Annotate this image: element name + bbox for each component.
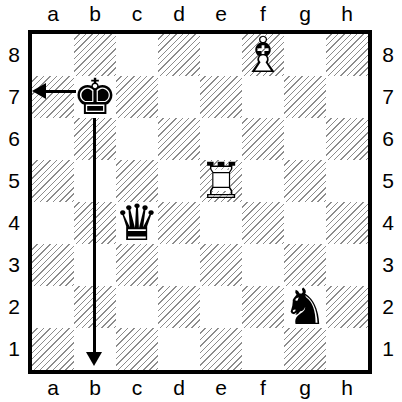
file-label-b: b bbox=[74, 374, 116, 402]
file-label-d: d bbox=[158, 374, 200, 402]
file-label-b: b bbox=[74, 0, 116, 28]
rank-label-1: 1 bbox=[0, 328, 28, 370]
rank-label-7: 7 bbox=[374, 76, 402, 118]
file-label-a: a bbox=[32, 374, 74, 402]
file-label-f: f bbox=[242, 374, 284, 402]
chess-diagram: abcdefgh abcdefgh 87654321 87654321 ♝♗♚♜… bbox=[0, 0, 402, 402]
file-label-c: c bbox=[116, 374, 158, 402]
rank-label-8: 8 bbox=[0, 34, 28, 76]
file-label-e: e bbox=[200, 374, 242, 402]
chess-board[interactable]: ♝♗♚♜♖♛♞ bbox=[28, 30, 372, 374]
black-knight-icon: ♞ bbox=[284, 286, 326, 328]
piece-white-bishop-f8[interactable]: ♝♗ bbox=[242, 34, 284, 76]
file-label-h: h bbox=[326, 0, 368, 28]
file-label-g: g bbox=[284, 0, 326, 28]
rank-label-6: 6 bbox=[0, 118, 28, 160]
rank-label-4: 4 bbox=[374, 202, 402, 244]
file-labels-bottom: abcdefgh bbox=[32, 374, 368, 402]
white-bishop-icon: ♗ bbox=[242, 34, 284, 76]
white-rook-icon: ♖ bbox=[200, 160, 242, 202]
board-pieces: ♝♗♚♜♖♛♞ bbox=[32, 34, 368, 370]
rank-label-2: 2 bbox=[374, 286, 402, 328]
rank-label-6: 6 bbox=[374, 118, 402, 160]
piece-black-king-b7[interactable]: ♚ bbox=[74, 76, 116, 118]
rank-label-5: 5 bbox=[374, 160, 402, 202]
file-label-h: h bbox=[326, 374, 368, 402]
black-queen-icon: ♛ bbox=[116, 202, 158, 244]
file-label-c: c bbox=[116, 0, 158, 28]
black-king-icon: ♚ bbox=[74, 76, 116, 118]
rank-label-7: 7 bbox=[0, 76, 28, 118]
file-labels-top: abcdefgh bbox=[32, 0, 368, 28]
piece-white-rook-e5[interactable]: ♜♖ bbox=[200, 160, 242, 202]
rank-label-8: 8 bbox=[374, 34, 402, 76]
file-label-f: f bbox=[242, 0, 284, 28]
rank-label-3: 3 bbox=[0, 244, 28, 286]
rank-label-1: 1 bbox=[374, 328, 402, 370]
file-label-e: e bbox=[200, 0, 242, 28]
rank-labels-right: 87654321 bbox=[374, 34, 402, 370]
file-label-g: g bbox=[284, 374, 326, 402]
rank-label-2: 2 bbox=[0, 286, 28, 328]
piece-black-knight-g2[interactable]: ♞ bbox=[284, 286, 326, 328]
rank-labels-left: 87654321 bbox=[0, 34, 28, 370]
file-label-d: d bbox=[158, 0, 200, 28]
piece-black-queen-c4[interactable]: ♛ bbox=[116, 202, 158, 244]
rank-label-4: 4 bbox=[0, 202, 28, 244]
rank-label-3: 3 bbox=[374, 244, 402, 286]
file-label-a: a bbox=[32, 0, 74, 28]
rank-label-5: 5 bbox=[0, 160, 28, 202]
